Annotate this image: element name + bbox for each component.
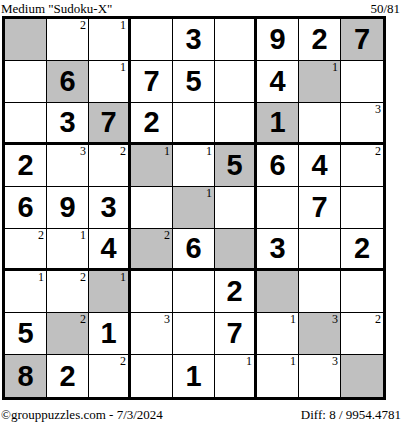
cell-r5c1[interactable]: 6 [5, 187, 47, 229]
cell-r3c6[interactable] [215, 103, 257, 145]
cell-r8c8[interactable]: 3 [299, 313, 341, 355]
given-digit: 6 [269, 151, 285, 180]
given-digit: 9 [59, 193, 75, 222]
cell-r8c5[interactable] [173, 313, 215, 355]
cell-r5c8[interactable]: 7 [299, 187, 341, 229]
given-digit: 6 [59, 67, 75, 96]
cell-r2c5[interactable]: 5 [173, 61, 215, 103]
cell-r3c9[interactable]: 3 [341, 103, 383, 145]
cell-r1c6[interactable] [215, 19, 257, 61]
given-digit: 6 [17, 193, 33, 222]
cell-r6c6[interactable] [215, 229, 257, 271]
given-digit: 7 [311, 193, 327, 222]
cell-r8c7[interactable]: 1 [257, 313, 299, 355]
given-digit: 2 [143, 108, 159, 137]
given-digit: 7 [100, 108, 116, 137]
cell-r5c2[interactable]: 9 [47, 187, 89, 229]
given-digit: 5 [226, 151, 242, 180]
cell-r4c7[interactable]: 6 [257, 145, 299, 187]
cell-r7c9[interactable] [341, 271, 383, 313]
cell-r6c8[interactable] [299, 229, 341, 271]
cell-r6c5[interactable]: 6 [173, 229, 215, 271]
pencil-mark: 2 [375, 145, 381, 158]
pencil-mark: 1 [206, 187, 212, 200]
pencil-mark: 2 [120, 355, 126, 368]
pencil-mark: 1 [332, 61, 338, 74]
given-digit: 2 [311, 25, 327, 54]
pencil-mark: 1 [206, 145, 212, 158]
cell-r8c9[interactable]: 2 [341, 313, 383, 355]
cell-r2c7[interactable]: 4 [257, 61, 299, 103]
cell-r4c8[interactable]: 4 [299, 145, 341, 187]
progress-counter: 50/81 [370, 2, 400, 15]
cell-r2c1[interactable] [5, 61, 47, 103]
cell-r1c3[interactable]: 1 [89, 19, 131, 61]
given-digit: 7 [226, 319, 242, 348]
pencil-mark: 3 [375, 103, 381, 116]
header: Medium "Sudoku-X" 50/81 [0, 0, 402, 15]
pencil-mark: 2 [375, 313, 381, 326]
cell-r1c9[interactable]: 7 [341, 19, 383, 61]
cell-r7c3[interactable]: 1 [89, 271, 131, 313]
cell-r9c7[interactable]: 1 [257, 355, 299, 397]
cell-r3c2[interactable]: 3 [47, 103, 89, 145]
cell-r9c5[interactable]: 1 [173, 355, 215, 397]
pencil-mark: 2 [80, 313, 86, 326]
cell-r8c2[interactable]: 2 [47, 313, 89, 355]
pencil-mark: 3 [332, 313, 338, 326]
given-digit: 3 [185, 25, 201, 54]
pencil-mark: 2 [80, 19, 86, 32]
pencil-mark: 1 [290, 313, 296, 326]
cell-r3c3[interactable]: 7 [89, 103, 131, 145]
cell-r7c7[interactable] [257, 271, 299, 313]
given-digit: 5 [17, 319, 33, 348]
cell-r4c4[interactable]: 1 [131, 145, 173, 187]
puzzle-page: Medium "Sudoku-X" 50/81 2139276175413721… [0, 0, 402, 422]
cell-r2c3[interactable]: 1 [89, 61, 131, 103]
given-digit: 2 [17, 151, 33, 180]
given-digit: 3 [269, 234, 285, 263]
pencil-mark: 2 [120, 145, 126, 158]
given-digit: 5 [185, 67, 201, 96]
given-digit: 4 [100, 234, 116, 263]
pencil-mark: 1 [80, 229, 86, 242]
given-digit: 1 [269, 108, 285, 137]
cell-r4c1[interactable]: 2 [5, 145, 47, 187]
given-digit: 2 [59, 362, 75, 391]
pencil-mark: 2 [38, 229, 44, 242]
cell-r7c8[interactable] [299, 271, 341, 313]
cell-r9c9[interactable] [341, 355, 383, 397]
cell-r9c2[interactable]: 2 [47, 355, 89, 397]
cell-r3c5[interactable] [173, 103, 215, 145]
cell-r8c3[interactable]: 1 [89, 313, 131, 355]
pencil-mark: 3 [80, 145, 86, 158]
given-digit: 9 [269, 25, 285, 54]
pencil-mark: 2 [80, 271, 86, 284]
cell-r5c3[interactable]: 3 [89, 187, 131, 229]
cell-r1c7[interactable]: 9 [257, 19, 299, 61]
cell-r7c6[interactable]: 2 [215, 271, 257, 313]
cell-r4c6[interactable]: 5 [215, 145, 257, 187]
cell-r7c5[interactable] [173, 271, 215, 313]
cell-r1c8[interactable]: 2 [299, 19, 341, 61]
cell-r9c1[interactable]: 8 [5, 355, 47, 397]
cell-r5c9[interactable] [341, 187, 383, 229]
cell-r6c2[interactable]: 1 [47, 229, 89, 271]
pencil-mark: 1 [38, 271, 44, 284]
difficulty-label: Diff: 8 / 9954.4781 [301, 408, 401, 422]
cell-r7c2[interactable]: 2 [47, 271, 89, 313]
pencil-mark: 1 [120, 271, 126, 284]
cell-r1c2[interactable]: 2 [47, 19, 89, 61]
pencil-mark: 1 [164, 145, 170, 158]
cell-r3c1[interactable] [5, 103, 47, 145]
cell-r6c9[interactable]: 2 [341, 229, 383, 271]
cell-r3c8[interactable] [299, 103, 341, 145]
cell-r5c5[interactable]: 1 [173, 187, 215, 229]
pencil-mark: 3 [332, 355, 338, 368]
pencil-mark: 3 [164, 313, 170, 326]
sudoku-board: 2139276175413721323211564269317214263212… [2, 16, 386, 400]
cell-r5c6[interactable] [215, 187, 257, 229]
cell-r2c9[interactable] [341, 61, 383, 103]
cell-r9c3[interactable]: 2 [89, 355, 131, 397]
cell-r4c9[interactable]: 2 [341, 145, 383, 187]
cell-r8c6[interactable]: 7 [215, 313, 257, 355]
cell-r2c2[interactable]: 6 [47, 61, 89, 103]
given-digit: 7 [354, 25, 370, 54]
pencil-mark: 2 [164, 229, 170, 242]
given-digit: 7 [143, 67, 159, 96]
cell-r4c2[interactable]: 3 [47, 145, 89, 187]
given-digit: 1 [100, 319, 116, 348]
cell-r9c6[interactable]: 1 [215, 355, 257, 397]
cell-r1c4[interactable] [131, 19, 173, 61]
cell-r6c3[interactable]: 4 [89, 229, 131, 271]
pencil-mark: 1 [120, 19, 126, 32]
cell-r1c1[interactable] [5, 19, 47, 61]
cell-r6c1[interactable]: 2 [5, 229, 47, 271]
cell-r8c1[interactable]: 5 [5, 313, 47, 355]
cell-r2c4[interactable]: 7 [131, 61, 173, 103]
cell-r7c4[interactable] [131, 271, 173, 313]
cell-r4c3[interactable]: 2 [89, 145, 131, 187]
given-digit: 3 [59, 108, 75, 137]
given-digit: 3 [100, 193, 116, 222]
cell-r1c5[interactable]: 3 [173, 19, 215, 61]
given-digit: 4 [269, 67, 285, 96]
footer: ©grouppuzzles.com - 7/3/2024 Diff: 8 / 9… [0, 400, 402, 422]
cell-r3c7[interactable]: 1 [257, 103, 299, 145]
cell-r3c4[interactable]: 2 [131, 103, 173, 145]
pencil-mark: 1 [120, 61, 126, 74]
cell-r2c6[interactable] [215, 61, 257, 103]
cell-r9c4[interactable] [131, 355, 173, 397]
cell-r6c7[interactable]: 3 [257, 229, 299, 271]
pencil-mark: 1 [290, 355, 296, 368]
credit-date: ©grouppuzzles.com - 7/3/2024 [1, 408, 163, 422]
puzzle-title: Medium "Sudoku-X" [1, 2, 112, 15]
given-digit: 2 [226, 277, 242, 306]
cell-r4c5[interactable]: 1 [173, 145, 215, 187]
cell-r8c4[interactable]: 3 [131, 313, 173, 355]
cell-r6c4[interactable]: 2 [131, 229, 173, 271]
given-digit: 2 [354, 234, 370, 263]
given-digit: 6 [185, 234, 201, 263]
cell-r9c8[interactable]: 3 [299, 355, 341, 397]
given-digit: 1 [185, 362, 201, 391]
pencil-mark: 1 [246, 355, 252, 368]
given-digit: 8 [17, 362, 33, 391]
cell-r7c1[interactable]: 1 [5, 271, 47, 313]
given-digit: 4 [311, 151, 327, 180]
cell-r5c4[interactable] [131, 187, 173, 229]
cell-r2c8[interactable]: 1 [299, 61, 341, 103]
cell-r5c7[interactable] [257, 187, 299, 229]
